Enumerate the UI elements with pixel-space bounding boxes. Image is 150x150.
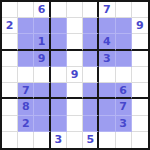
cell-r7c2-given-8[interactable]: 8 (18, 99, 34, 115)
cell-r7c3[interactable] (34, 99, 50, 115)
cell-r6c4[interactable] (51, 83, 67, 99)
cell-r6c5[interactable] (67, 83, 83, 99)
cell-r4c4[interactable] (51, 51, 67, 67)
cell-r9c9[interactable] (132, 132, 148, 148)
cell-r8c8-given-3[interactable]: 3 (116, 116, 132, 132)
cell-r7c4[interactable] (51, 99, 67, 115)
cell-r8c7[interactable] (99, 116, 115, 132)
cell-r6c6[interactable] (83, 83, 99, 99)
cell-r5c7[interactable] (99, 67, 115, 83)
cell-r7c5[interactable] (67, 99, 83, 115)
cell-r6c9[interactable] (132, 83, 148, 99)
cell-r2c6[interactable] (83, 18, 99, 34)
cell-r1c2[interactable] (18, 2, 34, 18)
cell-r4c9[interactable] (132, 51, 148, 67)
cell-r2c1-given-2[interactable]: 2 (2, 18, 18, 34)
cell-r3c5[interactable] (67, 34, 83, 50)
cell-r5c8[interactable] (116, 67, 132, 83)
cell-r2c5[interactable] (67, 18, 83, 34)
cell-r7c7[interactable] (99, 99, 115, 115)
cell-r5c4[interactable] (51, 67, 67, 83)
cell-r2c2[interactable] (18, 18, 34, 34)
cell-r6c3[interactable] (34, 83, 50, 99)
cell-r4c3-given-9[interactable]: 9 (34, 51, 50, 67)
cell-r3c6[interactable] (83, 34, 99, 50)
cell-r2c8[interactable] (116, 18, 132, 34)
cell-r9c4-given-3[interactable]: 3 (51, 132, 67, 148)
cell-r4c2[interactable] (18, 51, 34, 67)
cell-r6c1[interactable] (2, 83, 18, 99)
cell-r4c7-given-3[interactable]: 3 (99, 51, 115, 67)
cell-r3c8[interactable] (116, 34, 132, 50)
cell-r4c5[interactable] (67, 51, 83, 67)
cell-r3c9[interactable] (132, 34, 148, 50)
cell-r2c4[interactable] (51, 18, 67, 34)
cell-r5c5-given-9[interactable]: 9 (67, 67, 83, 83)
cell-r3c7-given-4[interactable]: 4 (99, 34, 115, 50)
cell-r2c9-given-9[interactable]: 9 (132, 18, 148, 34)
sudoku-board: 67291493976872335 (0, 0, 150, 150)
cell-r9c2[interactable] (18, 132, 34, 148)
cell-r8c1[interactable] (2, 116, 18, 132)
cell-r9c3[interactable] (34, 132, 50, 148)
cell-r5c9[interactable] (132, 67, 148, 83)
cell-r1c3-given-6[interactable]: 6 (34, 2, 50, 18)
cell-r6c2-given-7[interactable]: 7 (18, 83, 34, 99)
cell-r5c1[interactable] (2, 67, 18, 83)
cell-r7c9[interactable] (132, 99, 148, 115)
cell-r7c1[interactable] (2, 99, 18, 115)
cell-r1c8[interactable] (116, 2, 132, 18)
cell-r8c4[interactable] (51, 116, 67, 132)
cell-r8c9[interactable] (132, 116, 148, 132)
cell-r9c7[interactable] (99, 132, 115, 148)
cell-r8c5[interactable] (67, 116, 83, 132)
cell-r5c2[interactable] (18, 67, 34, 83)
cell-r5c3[interactable] (34, 67, 50, 83)
cell-r6c7[interactable] (99, 83, 115, 99)
cell-r2c7[interactable] (99, 18, 115, 34)
cell-r9c8[interactable] (116, 132, 132, 148)
cell-r8c2-given-2[interactable]: 2 (18, 116, 34, 132)
cell-r3c4[interactable] (51, 34, 67, 50)
cell-r4c6[interactable] (83, 51, 99, 67)
cell-r1c9[interactable] (132, 2, 148, 18)
cell-r9c5[interactable] (67, 132, 83, 148)
cell-r1c6[interactable] (83, 2, 99, 18)
cell-r4c8[interactable] (116, 51, 132, 67)
cell-r2c3[interactable] (34, 18, 50, 34)
cell-r5c6[interactable] (83, 67, 99, 83)
cell-r8c6[interactable] (83, 116, 99, 132)
cell-r3c3-given-1[interactable]: 1 (34, 34, 50, 50)
cell-r9c1[interactable] (2, 132, 18, 148)
cell-r3c2[interactable] (18, 34, 34, 50)
cell-r1c5[interactable] (67, 2, 83, 18)
cell-r6c8-given-6[interactable]: 6 (116, 83, 132, 99)
cell-r7c8-given-7[interactable]: 7 (116, 99, 132, 115)
cell-r3c1[interactable] (2, 34, 18, 50)
cell-r1c7-given-7[interactable]: 7 (99, 2, 115, 18)
cell-r4c1[interactable] (2, 51, 18, 67)
cell-r1c4[interactable] (51, 2, 67, 18)
cell-r8c3[interactable] (34, 116, 50, 132)
cell-r7c6[interactable] (83, 99, 99, 115)
cell-r9c6-given-5[interactable]: 5 (83, 132, 99, 148)
cell-r1c1[interactable] (2, 2, 18, 18)
